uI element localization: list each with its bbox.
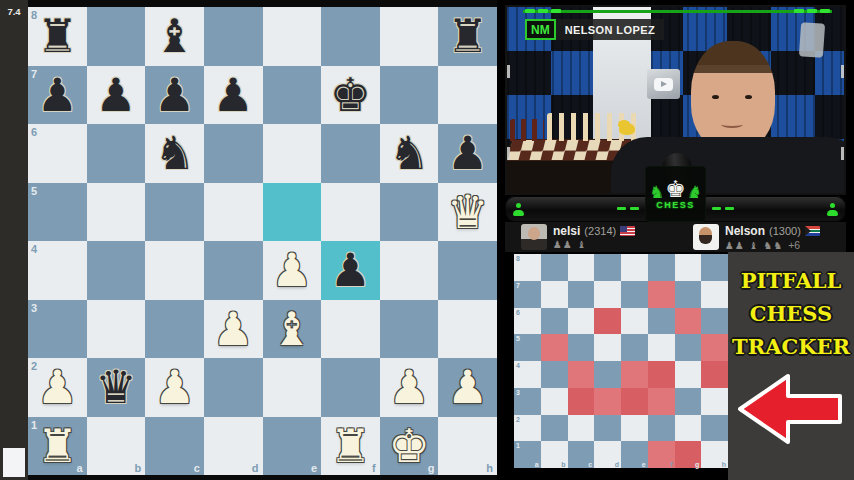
tracker-square-b5 [541,334,568,361]
square-a1[interactable]: 1a♜ [28,417,87,476]
square-f4[interactable]: ♟ [321,241,380,300]
frame-tick [507,65,510,78]
file-label: h [486,462,493,474]
tracker-square-e7 [621,281,648,308]
tracker-square-h2 [701,415,728,442]
square-b4[interactable] [87,241,146,300]
tracker-square-f7 [648,281,675,308]
piece-black-pawn[interactable]: ♟ [145,66,204,125]
square-c7[interactable]: ♟ [145,66,204,125]
piece-black-rook[interactable]: ♜ [28,7,87,66]
square-a5[interactable]: 5 [28,183,87,242]
player-person-icon [512,203,525,216]
rank-label: 3 [516,389,520,396]
player-rating: (1300) [769,225,801,237]
piece-white-rook[interactable]: ♜ [321,417,380,476]
tracker-square-c6 [568,308,595,335]
tracker-square-c3 [568,388,595,415]
square-d2[interactable] [204,358,263,417]
square-a2[interactable]: 2♟ [28,358,87,417]
file-label: h [722,461,726,468]
tracker-square-a3: 3 [514,388,541,415]
rank-label: 2 [516,416,520,423]
piece-white-pawn[interactable]: ♟ [263,241,322,300]
tracker-square-d6 [594,308,621,335]
za-flag-icon [805,226,820,236]
file-label: e [311,462,317,474]
wall-frame [799,22,825,58]
tracker-square-d8 [594,254,621,281]
tracker-square-b3 [541,388,568,415]
eye [712,95,719,99]
player-white: nelsi (2314) ♟♟ ♝ [521,224,635,250]
square-c4[interactable] [145,241,204,300]
file-label: e [642,461,646,468]
file-label: g [695,461,699,468]
square-e6[interactable] [263,124,322,183]
square-d1[interactable]: d [204,417,263,476]
tracker-square-b7 [541,281,568,308]
square-f7[interactable]: ♚ [321,66,380,125]
tracker-square-d1: d [594,441,621,468]
tracker-square-g3 [675,388,702,415]
captured-pieces: ♟♟ ♝ [553,239,587,250]
square-b6[interactable] [87,124,146,183]
square-a8[interactable]: 8♜ [28,7,87,66]
file-label: b [561,461,565,468]
square-b8[interactable] [87,7,146,66]
square-g6[interactable]: ♞ [380,124,439,183]
tracker-square-a5: 5 [514,334,541,361]
square-a4[interactable]: 4 [28,241,87,300]
chess-channel-logo: ♞ ♚ ♞ CHESS [645,166,706,222]
tracker-square-h5 [701,334,728,361]
tracker-square-e2 [621,415,648,442]
square-f8[interactable] [321,7,380,66]
file-label: d [252,462,259,474]
square-c6[interactable]: ♞ [145,124,204,183]
avatar [521,224,547,250]
rubber-duck [619,123,635,135]
tracker-square-d4 [594,361,621,388]
square-f1[interactable]: f♜ [321,417,380,476]
stream-frame: 7.4 8♜♝♜7♟♟♟♟♚6♞♞♟5♛4♟♟3♟♝2♟♛♟♟♟1a♜bcdef… [0,0,854,480]
tracker-square-a4: 4 [514,361,541,388]
square-g7[interactable] [380,66,439,125]
tracker-board: 87654321abcdefgh [514,254,728,468]
square-h1[interactable]: h [438,417,497,476]
square-f2[interactable] [321,358,380,417]
knight-icon: ♞ [687,184,702,201]
piece-black-knight[interactable]: ♞ [380,124,439,183]
piece-white-king[interactable]: ♚ [380,417,439,476]
square-c8[interactable]: ♝ [145,7,204,66]
tracker-title: PITFALL CHESS TRACKER [728,264,854,363]
tracker-square-b6 [541,308,568,335]
tracker-square-g8 [675,254,702,281]
tracker-square-d2 [594,415,621,442]
tracker-square-g1: g [675,441,702,468]
tracker-square-c1: c [568,441,595,468]
decor-dashes [712,207,734,210]
tracker-square-b2 [541,415,568,442]
tracker-square-g5 [675,334,702,361]
rank-label: 6 [31,126,37,138]
piece-black-pawn[interactable]: ♟ [438,124,497,183]
player-black: Nelson (1300) ♟♟ ♝ ♞♞ +6 [693,224,820,251]
decor-dashes [617,207,639,210]
piece-black-pawn[interactable]: ♟ [204,66,263,125]
square-a6[interactable]: 6 [28,124,87,183]
tracker-square-f1: f [648,441,675,468]
tracker-square-h4 [701,361,728,388]
main-board: 8♜♝♜7♟♟♟♟♚6♞♞♟5♛4♟♟3♟♝2♟♛♟♟♟1a♜bcdef♜g♚h [28,7,497,475]
rank-label: 7 [516,282,520,289]
player-person-icon [826,203,839,216]
tracker-square-c7 [568,281,595,308]
square-b3[interactable] [87,300,146,359]
file-label: f [670,461,672,468]
tracker-square-e8 [621,254,648,281]
tracker-square-f3 [648,388,675,415]
square-h7[interactable] [438,66,497,125]
tracker-title-line1: PITFALL [728,264,854,297]
tracker-square-h8 [701,254,728,281]
captured-pieces: ♟♟ ♝ ♞♞ [725,240,783,251]
piece-black-pawn[interactable]: ♟ [87,66,146,125]
tracker-square-g4 [675,361,702,388]
square-d6[interactable] [204,124,263,183]
piece-black-pawn[interactable]: ♟ [321,241,380,300]
frame-tick [507,147,510,160]
piece-black-bishop[interactable]: ♝ [145,7,204,66]
rank-label: 1 [516,442,520,449]
eval-bar-white-segment [3,448,25,477]
streamer-badge: NM NELSON LOPEZ [525,19,664,40]
tracker-square-f6 [648,308,675,335]
player-name: Nelson [725,224,765,238]
rank-label: 5 [31,185,37,197]
eval-bar: 7.4 [0,0,28,480]
square-h6[interactable]: ♟ [438,124,497,183]
tracker-square-c8 [568,254,595,281]
piece-white-pawn[interactable]: ♟ [380,358,439,417]
tracker-title-line3: TRACKER [728,330,854,363]
square-a3[interactable]: 3 [28,300,87,359]
square-c3[interactable] [145,300,204,359]
square-e7[interactable] [263,66,322,125]
tracker-square-f2 [648,415,675,442]
overlay-top-line [523,10,832,13]
square-b1[interactable]: b [87,417,146,476]
tracker-square-h7 [701,281,728,308]
rank-label: 4 [31,243,37,255]
material-advantage: +6 [788,239,800,251]
square-f5[interactable] [321,183,380,242]
tracker-square-e4 [621,361,648,388]
square-d5[interactable] [204,183,263,242]
square-g2[interactable]: ♟ [380,358,439,417]
tracker-square-a8: 8 [514,254,541,281]
square-e8[interactable] [263,7,322,66]
square-g1[interactable]: g♚ [380,417,439,476]
piece-black-rook[interactable]: ♜ [438,7,497,66]
tracker-square-b4 [541,361,568,388]
tracker-panel: PITFALL CHESS TRACKER [728,252,854,480]
tracker-square-f5 [648,334,675,361]
square-h2[interactable]: ♟ [438,358,497,417]
title-badge: NM [525,19,556,40]
king-icon: ♚ [665,178,686,201]
rank-label: 5 [516,335,520,342]
file-label: a [535,461,539,468]
tracker-square-b1: b [541,441,568,468]
square-d3[interactable]: ♟ [204,300,263,359]
square-b2[interactable]: ♛ [87,358,146,417]
rank-label: 4 [516,362,520,369]
piece-white-bishop[interactable]: ♝ [263,300,322,359]
piece-white-queen[interactable]: ♛ [438,183,497,242]
tracker-square-g2 [675,415,702,442]
tracker-square-c2 [568,415,595,442]
youtube-play-icon [654,78,673,91]
rank-label: 8 [516,255,520,262]
square-d7[interactable]: ♟ [204,66,263,125]
tracker-square-e3 [621,388,648,415]
piece-black-pawn[interactable]: ♟ [28,66,87,125]
physical-chess-pieces-dark [510,119,544,141]
stream-overlay-panel: NM NELSON LOPEZ ♞ ♚ ♞ CHESS [497,0,854,480]
piece-black-queen[interactable]: ♛ [87,358,146,417]
us-flag-icon [620,226,635,236]
square-b5[interactable] [87,183,146,242]
eval-score: 7.4 [0,6,28,17]
tracker-square-a7: 7 [514,281,541,308]
square-a7[interactable]: 7♟ [28,66,87,125]
tracker-square-g6 [675,308,702,335]
square-h8[interactable]: ♜ [438,7,497,66]
square-g5[interactable] [380,183,439,242]
knight-icon: ♞ [649,184,664,201]
rank-label: 6 [516,309,520,316]
tracker-square-b8 [541,254,568,281]
square-d4[interactable] [204,241,263,300]
piece-white-pawn[interactable]: ♟ [438,358,497,417]
tracker-square-c4 [568,361,595,388]
rank-label: 3 [31,302,37,314]
tracker-square-d5 [594,334,621,361]
square-e4[interactable]: ♟ [263,241,322,300]
square-g4[interactable] [380,241,439,300]
avatar [693,224,719,250]
square-h3[interactable] [438,300,497,359]
piece-white-pawn[interactable]: ♟ [204,300,263,359]
tracker-square-e6 [621,308,648,335]
player-name: nelsi [553,224,580,238]
tracker-square-e1: e [621,441,648,468]
streamer-name: NELSON LOPEZ [556,19,664,40]
eye [745,95,752,99]
square-e5[interactable] [263,183,322,242]
piece-white-pawn[interactable]: ♟ [28,358,87,417]
piece-white-pawn[interactable]: ♟ [145,358,204,417]
square-h5[interactable]: ♛ [438,183,497,242]
square-f3[interactable] [321,300,380,359]
tracker-square-d7 [594,281,621,308]
square-c5[interactable] [145,183,204,242]
streamer-face [691,41,775,151]
tracker-square-f4 [648,361,675,388]
tracker-square-e5 [621,334,648,361]
tracker-title-line2: CHESS [728,297,854,330]
square-g8[interactable] [380,7,439,66]
square-h4[interactable] [438,241,497,300]
tracker-square-h6 [701,308,728,335]
file-label: c [588,461,592,468]
tracker-square-h1: h [701,441,728,468]
player-rating: (2314) [584,225,616,237]
square-e2[interactable] [263,358,322,417]
frame-tick [841,147,844,160]
tracker-square-h3 [701,388,728,415]
piece-white-rook[interactable]: ♜ [28,417,87,476]
piece-black-king[interactable]: ♚ [321,66,380,125]
youtube-plaque [647,69,680,99]
mouth [721,121,743,128]
left-arrow-icon [736,370,844,448]
square-c1[interactable]: c [145,417,204,476]
frame-tick [841,65,844,78]
tracker-square-a6: 6 [514,308,541,335]
piece-black-knight[interactable]: ♞ [145,124,204,183]
square-c2[interactable]: ♟ [145,358,204,417]
tracker-square-f8 [648,254,675,281]
square-d8[interactable] [204,7,263,66]
player-info-bar: nelsi (2314) ♟♟ ♝ Nelson (1300) [505,222,846,252]
square-e1[interactable]: e [263,417,322,476]
tracker-square-a1: 1a [514,441,541,468]
square-f6[interactable] [321,124,380,183]
square-b7[interactable]: ♟ [87,66,146,125]
file-label: c [194,462,200,474]
tracker-square-g7 [675,281,702,308]
square-e3[interactable]: ♝ [263,300,322,359]
file-label: b [135,462,142,474]
tracker-square-c5 [568,334,595,361]
square-g3[interactable] [380,300,439,359]
tracker-square-d3 [594,388,621,415]
file-label: d [615,461,619,468]
tracker-square-a2: 2 [514,415,541,442]
